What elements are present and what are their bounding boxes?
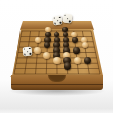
die-showing-3[interactable] [62,13,72,23]
product-photo-scene [0,0,113,113]
die-showing-5[interactable] [52,15,62,25]
piece-white[interactable] [34,47,41,54]
piece-black[interactable] [73,47,80,54]
box-lid-seam [11,84,103,85]
piece-black[interactable] [72,37,78,43]
piece-black[interactable] [64,62,72,70]
die-showing-5[interactable] [23,46,33,56]
piece-white[interactable] [53,57,60,64]
